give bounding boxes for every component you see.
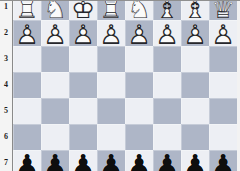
white-bishop-piece[interactable]: ♗ xyxy=(153,0,181,20)
square-r1-c4[interactable]: ♜♖ xyxy=(97,0,125,20)
white-pawn-piece-fill: ♟ xyxy=(41,20,69,46)
white-knight-piece[interactable]: ♘ xyxy=(41,0,69,20)
square-r1-c6[interactable]: ♝♗ xyxy=(153,0,181,20)
square-r6-c6[interactable] xyxy=(153,124,181,150)
square-r2-c1[interactable]: ♟♙ xyxy=(13,20,41,46)
square-r1-c7[interactable]: ♝♗ xyxy=(181,0,209,20)
square-r1-c8[interactable]: ♛♕ xyxy=(209,0,237,20)
white-queen-piece[interactable]: ♕ xyxy=(209,0,237,20)
gutter-divider-line xyxy=(12,0,13,171)
square-r7-c5[interactable]: ♟ xyxy=(125,150,153,171)
square-r6-c2[interactable] xyxy=(41,124,69,150)
square-r4-c4[interactable] xyxy=(97,72,125,98)
white-knight-piece-fill: ♞ xyxy=(125,0,153,20)
white-pawn-piece[interactable]: ♙ xyxy=(13,20,41,46)
square-r5-c4[interactable] xyxy=(97,98,125,124)
rank-label-4: 4 xyxy=(0,80,12,90)
white-rook-piece-fill: ♜ xyxy=(97,0,125,20)
black-pawn-piece[interactable]: ♟ xyxy=(181,150,209,171)
square-r5-c1[interactable] xyxy=(13,98,41,124)
rank-label-3: 3 xyxy=(0,54,12,64)
rank-label-7: 7 xyxy=(0,158,12,168)
rank-label-1: 1 xyxy=(0,2,12,12)
square-r1-c1[interactable]: ♜♖ xyxy=(13,0,41,20)
white-pawn-piece[interactable]: ♙ xyxy=(125,20,153,46)
square-r5-c8[interactable] xyxy=(209,98,237,124)
chess-board[interactable]: ♜♖♞♘♚♔♜♖♞♘♝♗♝♗♛♕♟♙♟♙♟♙♟♙♟♙♟♙♟♙♟♙♟♟♟♟♟♟♟♟ xyxy=(13,0,237,171)
white-pawn-piece[interactable]: ♙ xyxy=(153,20,181,46)
white-queen-piece-fill: ♛ xyxy=(209,0,237,20)
square-r7-c8[interactable]: ♟ xyxy=(209,150,237,171)
square-r2-c2[interactable]: ♟♙ xyxy=(41,20,69,46)
black-pawn-piece[interactable]: ♟ xyxy=(13,150,41,171)
white-bishop-piece[interactable]: ♗ xyxy=(181,0,209,20)
rank-label-6: 6 xyxy=(0,132,12,142)
square-r4-c7[interactable] xyxy=(181,72,209,98)
square-r3-c7[interactable] xyxy=(181,46,209,72)
square-r5-c6[interactable] xyxy=(153,98,181,124)
white-pawn-piece[interactable]: ♙ xyxy=(209,20,237,46)
square-r3-c4[interactable] xyxy=(97,46,125,72)
square-r4-c1[interactable] xyxy=(13,72,41,98)
white-knight-piece[interactable]: ♘ xyxy=(125,0,153,20)
black-pawn-piece[interactable]: ♟ xyxy=(209,150,237,171)
square-r3-c6[interactable] xyxy=(153,46,181,72)
white-pawn-piece[interactable]: ♙ xyxy=(69,20,97,46)
black-pawn-piece[interactable]: ♟ xyxy=(97,150,125,171)
square-r6-c1[interactable] xyxy=(13,124,41,150)
square-r6-c7[interactable] xyxy=(181,124,209,150)
square-r2-c4[interactable]: ♟♙ xyxy=(97,20,125,46)
square-r6-c5[interactable] xyxy=(125,124,153,150)
square-r5-c2[interactable] xyxy=(41,98,69,124)
white-pawn-piece[interactable]: ♙ xyxy=(181,20,209,46)
white-king-piece-fill: ♚ xyxy=(69,0,97,20)
square-r7-c2[interactable]: ♟ xyxy=(41,150,69,171)
white-pawn-piece-fill: ♟ xyxy=(125,20,153,46)
square-r2-c8[interactable]: ♟♙ xyxy=(209,20,237,46)
white-pawn-piece-fill: ♟ xyxy=(181,20,209,46)
square-r5-c3[interactable] xyxy=(69,98,97,124)
white-pawn-piece-fill: ♟ xyxy=(153,20,181,46)
white-pawn-piece-fill: ♟ xyxy=(97,20,125,46)
square-r1-c5[interactable]: ♞♘ xyxy=(125,0,153,20)
rank-label-5: 5 xyxy=(0,106,12,116)
square-r2-c7[interactable]: ♟♙ xyxy=(181,20,209,46)
window-top-border xyxy=(0,0,240,1)
square-r4-c8[interactable] xyxy=(209,72,237,98)
square-r7-c6[interactable]: ♟ xyxy=(153,150,181,171)
rank-label-2: 2 xyxy=(0,28,12,38)
square-r3-c5[interactable] xyxy=(125,46,153,72)
square-r4-c5[interactable] xyxy=(125,72,153,98)
square-r1-c3[interactable]: ♚♔ xyxy=(69,0,97,20)
square-r7-c3[interactable]: ♟ xyxy=(69,150,97,171)
white-bishop-piece-fill: ♝ xyxy=(153,0,181,20)
chess-app-board-view: 1234567 ♜♖♞♘♚♔♜♖♞♘♝♗♝♗♛♕♟♙♟♙♟♙♟♙♟♙♟♙♟♙♟♙… xyxy=(0,0,240,171)
square-r2-c5[interactable]: ♟♙ xyxy=(125,20,153,46)
white-pawn-piece[interactable]: ♙ xyxy=(41,20,69,46)
square-r6-c4[interactable] xyxy=(97,124,125,150)
square-r3-c1[interactable] xyxy=(13,46,41,72)
white-rook-piece[interactable]: ♖ xyxy=(13,0,41,20)
white-pawn-piece-fill: ♟ xyxy=(209,20,237,46)
white-rook-piece[interactable]: ♖ xyxy=(97,0,125,20)
white-pawn-piece-fill: ♟ xyxy=(69,20,97,46)
white-king-piece[interactable]: ♔ xyxy=(69,0,97,20)
white-knight-piece-fill: ♞ xyxy=(41,0,69,20)
square-r3-c2[interactable] xyxy=(41,46,69,72)
black-pawn-piece[interactable]: ♟ xyxy=(125,150,153,171)
white-rook-piece-fill: ♜ xyxy=(13,0,41,20)
white-bishop-piece-fill: ♝ xyxy=(181,0,209,20)
black-pawn-piece[interactable]: ♟ xyxy=(41,150,69,171)
square-r6-c8[interactable] xyxy=(209,124,237,150)
square-r1-c2[interactable]: ♞♘ xyxy=(41,0,69,20)
white-pawn-piece-fill: ♟ xyxy=(13,20,41,46)
square-r7-c1[interactable]: ♟ xyxy=(13,150,41,171)
square-r3-c3[interactable] xyxy=(69,46,97,72)
rank-labels-gutter: 1234567 xyxy=(0,0,12,171)
square-r2-c6[interactable]: ♟♙ xyxy=(153,20,181,46)
square-r6-c3[interactable] xyxy=(69,124,97,150)
square-r4-c2[interactable] xyxy=(41,72,69,98)
square-r5-c5[interactable] xyxy=(125,98,153,124)
square-r4-c3[interactable] xyxy=(69,72,97,98)
black-pawn-piece[interactable]: ♟ xyxy=(153,150,181,171)
square-r2-c3[interactable]: ♟♙ xyxy=(69,20,97,46)
square-r4-c6[interactable] xyxy=(153,72,181,98)
white-pawn-piece[interactable]: ♙ xyxy=(97,20,125,46)
square-r3-c8[interactable] xyxy=(209,46,237,72)
square-r5-c7[interactable] xyxy=(181,98,209,124)
square-r7-c7[interactable]: ♟ xyxy=(181,150,209,171)
square-r7-c4[interactable]: ♟ xyxy=(97,150,125,171)
black-pawn-piece[interactable]: ♟ xyxy=(69,150,97,171)
